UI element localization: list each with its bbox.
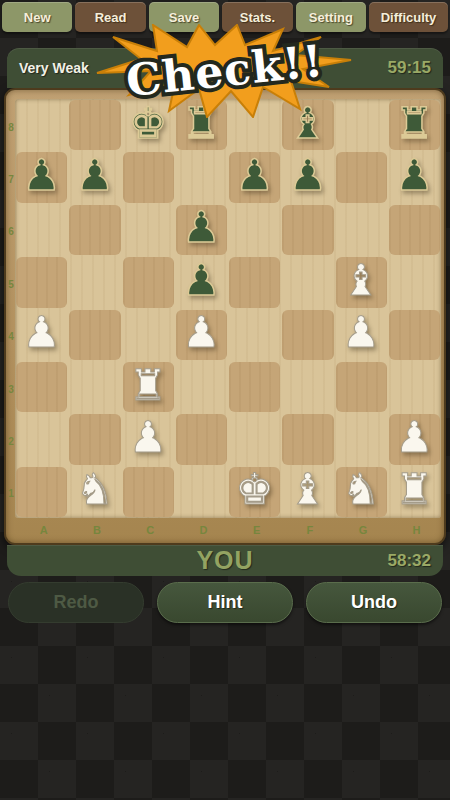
square-b4[interactable] bbox=[68, 309, 121, 361]
file-label-a: A bbox=[17, 519, 70, 540]
black-pawn[interactable]: ♟ bbox=[182, 206, 221, 249]
undo-button[interactable]: Undo bbox=[306, 582, 442, 623]
white-king[interactable]: ♚ bbox=[235, 468, 274, 511]
square-g3[interactable] bbox=[335, 361, 388, 413]
square-b8[interactable] bbox=[68, 99, 121, 151]
square-h4[interactable] bbox=[388, 309, 441, 361]
chess-board: 87654321 ♚♜♝♜♟♟♟♟♟♟♟♝♟♟♟♜♟♟♞♚♝♞♜ ABCDEFG… bbox=[4, 88, 446, 545]
square-h2[interactable]: ♟ bbox=[388, 413, 441, 465]
square-c7[interactable] bbox=[122, 151, 175, 203]
file-label-b: B bbox=[70, 519, 123, 540]
square-g2[interactable] bbox=[335, 413, 388, 465]
square-e8[interactable] bbox=[228, 99, 281, 151]
white-pawn[interactable]: ♟ bbox=[395, 416, 434, 459]
black-pawn[interactable]: ♟ bbox=[235, 154, 274, 197]
square-a4[interactable]: ♟ bbox=[15, 309, 68, 361]
opponent-bar: Very Weak 59:15 bbox=[7, 48, 443, 88]
square-h1[interactable]: ♜ bbox=[388, 466, 441, 518]
black-pawn[interactable]: ♟ bbox=[76, 154, 115, 197]
rank-label-2: 2 bbox=[6, 415, 16, 467]
board-squares: ♚♜♝♜♟♟♟♟♟♟♟♝♟♟♟♜♟♟♞♚♝♞♜ bbox=[15, 99, 441, 518]
square-d4[interactable]: ♟ bbox=[175, 309, 228, 361]
setting-button[interactable]: Setting bbox=[296, 2, 366, 32]
black-rook[interactable]: ♜ bbox=[395, 102, 434, 145]
square-h3[interactable] bbox=[388, 361, 441, 413]
rank-label-3: 3 bbox=[6, 363, 16, 415]
new-button[interactable]: New bbox=[2, 2, 72, 32]
square-g8[interactable] bbox=[335, 99, 388, 151]
action-bar: Redo Hint Undo bbox=[8, 582, 442, 623]
white-knight[interactable]: ♞ bbox=[342, 468, 381, 511]
white-bishop[interactable]: ♝ bbox=[342, 259, 381, 302]
square-h7[interactable]: ♟ bbox=[388, 151, 441, 203]
opponent-clock: 59:15 bbox=[388, 58, 431, 78]
square-f2[interactable] bbox=[281, 413, 334, 465]
square-d3[interactable] bbox=[175, 361, 228, 413]
black-bishop[interactable]: ♝ bbox=[289, 102, 328, 145]
square-d7[interactable] bbox=[175, 151, 228, 203]
read-button[interactable]: Read bbox=[75, 2, 145, 32]
black-pawn[interactable]: ♟ bbox=[289, 154, 328, 197]
square-a2[interactable] bbox=[15, 413, 68, 465]
square-c3[interactable]: ♜ bbox=[122, 361, 175, 413]
square-e4[interactable] bbox=[228, 309, 281, 361]
stats-button[interactable]: Stats. bbox=[222, 2, 292, 32]
hint-button[interactable]: Hint bbox=[157, 582, 293, 623]
black-pawn[interactable]: ♟ bbox=[22, 154, 61, 197]
rank-label-7: 7 bbox=[6, 153, 16, 205]
rank-label-6: 6 bbox=[6, 206, 16, 258]
app-background: New Read Save Stats. Setting Difficulty … bbox=[0, 0, 450, 800]
white-knight[interactable]: ♞ bbox=[76, 468, 115, 511]
square-c2[interactable]: ♟ bbox=[122, 413, 175, 465]
player-bar: YOU 58:32 bbox=[7, 545, 443, 576]
file-label-c: C bbox=[124, 519, 177, 540]
square-d1[interactable] bbox=[175, 466, 228, 518]
square-f3[interactable] bbox=[281, 361, 334, 413]
rank-label-4: 4 bbox=[6, 311, 16, 363]
square-b1[interactable]: ♞ bbox=[68, 466, 121, 518]
square-f5[interactable] bbox=[281, 256, 334, 308]
square-e6[interactable] bbox=[228, 204, 281, 256]
square-f6[interactable] bbox=[281, 204, 334, 256]
white-rook[interactable]: ♜ bbox=[129, 364, 168, 407]
white-pawn[interactable]: ♟ bbox=[342, 311, 381, 354]
square-d2[interactable] bbox=[175, 413, 228, 465]
player-name: YOU bbox=[7, 546, 443, 575]
square-a7[interactable]: ♟ bbox=[15, 151, 68, 203]
file-label-d: D bbox=[177, 519, 230, 540]
difficulty-button[interactable]: Difficulty bbox=[369, 2, 448, 32]
square-f4[interactable] bbox=[281, 309, 334, 361]
top-menu-bar: New Read Save Stats. Setting Difficulty bbox=[2, 2, 448, 32]
square-g1[interactable]: ♞ bbox=[335, 466, 388, 518]
square-a5[interactable] bbox=[15, 256, 68, 308]
opponent-name: Very Weak bbox=[19, 60, 89, 76]
black-king[interactable]: ♚ bbox=[129, 102, 168, 145]
square-e1[interactable]: ♚ bbox=[228, 466, 281, 518]
player-clock: 58:32 bbox=[388, 551, 431, 571]
square-d5[interactable]: ♟ bbox=[175, 256, 228, 308]
file-label-f: F bbox=[283, 519, 336, 540]
square-c6[interactable] bbox=[122, 204, 175, 256]
square-a1[interactable] bbox=[15, 466, 68, 518]
white-pawn[interactable]: ♟ bbox=[22, 311, 61, 354]
square-e3[interactable] bbox=[228, 361, 281, 413]
square-e7[interactable]: ♟ bbox=[228, 151, 281, 203]
square-f7[interactable]: ♟ bbox=[281, 151, 334, 203]
file-labels: ABCDEFGH bbox=[17, 519, 443, 540]
square-g6[interactable] bbox=[335, 204, 388, 256]
square-c5[interactable] bbox=[122, 256, 175, 308]
square-e5[interactable] bbox=[228, 256, 281, 308]
file-label-g: G bbox=[337, 519, 390, 540]
rank-labels: 87654321 bbox=[6, 101, 16, 520]
black-pawn[interactable]: ♟ bbox=[395, 154, 434, 197]
rank-label-8: 8 bbox=[6, 101, 16, 153]
square-g7[interactable] bbox=[335, 151, 388, 203]
black-pawn[interactable]: ♟ bbox=[182, 259, 221, 302]
square-h6[interactable] bbox=[388, 204, 441, 256]
rank-label-1: 1 bbox=[6, 468, 16, 520]
square-g5[interactable]: ♝ bbox=[335, 256, 388, 308]
black-rook[interactable]: ♜ bbox=[182, 102, 221, 145]
square-c4[interactable] bbox=[122, 309, 175, 361]
square-c1[interactable] bbox=[122, 466, 175, 518]
square-b3[interactable] bbox=[68, 361, 121, 413]
white-pawn[interactable]: ♟ bbox=[182, 311, 221, 354]
square-f8[interactable]: ♝ bbox=[281, 99, 334, 151]
square-c8[interactable]: ♚ bbox=[122, 99, 175, 151]
square-a8[interactable] bbox=[15, 99, 68, 151]
white-rook[interactable]: ♜ bbox=[395, 468, 434, 511]
square-e2[interactable] bbox=[228, 413, 281, 465]
square-d6[interactable]: ♟ bbox=[175, 204, 228, 256]
file-label-e: E bbox=[230, 519, 283, 540]
file-label-h: H bbox=[390, 519, 443, 540]
square-b5[interactable] bbox=[68, 256, 121, 308]
square-a6[interactable] bbox=[15, 204, 68, 256]
rank-label-5: 5 bbox=[6, 258, 16, 310]
square-d8[interactable]: ♜ bbox=[175, 99, 228, 151]
square-b7[interactable]: ♟ bbox=[68, 151, 121, 203]
square-h8[interactable]: ♜ bbox=[388, 99, 441, 151]
square-b6[interactable] bbox=[68, 204, 121, 256]
square-h5[interactable] bbox=[388, 256, 441, 308]
save-button[interactable]: Save bbox=[149, 2, 219, 32]
square-f1[interactable]: ♝ bbox=[281, 466, 334, 518]
white-bishop[interactable]: ♝ bbox=[289, 468, 328, 511]
white-pawn[interactable]: ♟ bbox=[129, 416, 168, 459]
square-a3[interactable] bbox=[15, 361, 68, 413]
redo-button[interactable]: Redo bbox=[8, 582, 144, 623]
square-b2[interactable] bbox=[68, 413, 121, 465]
square-g4[interactable]: ♟ bbox=[335, 309, 388, 361]
